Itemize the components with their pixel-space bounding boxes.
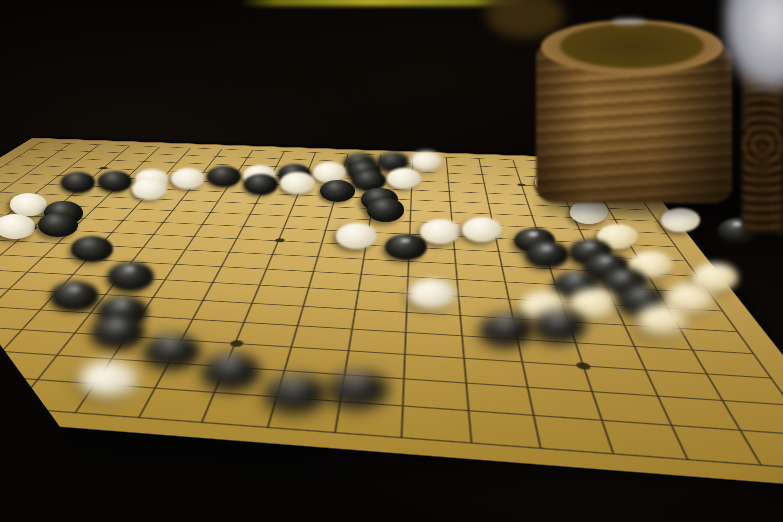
basket-glint xyxy=(612,18,646,25)
stone-highlight xyxy=(733,222,742,225)
stone-bowl-basket xyxy=(536,20,732,203)
basket-rim xyxy=(541,20,723,74)
background-light-patch xyxy=(722,0,783,92)
go-game-photo-scene xyxy=(0,0,783,522)
sofa-highlight-strip xyxy=(240,0,530,6)
